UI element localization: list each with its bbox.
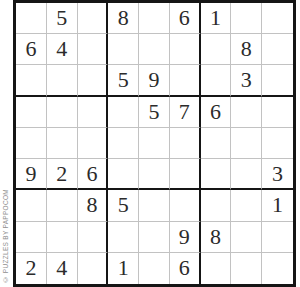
cell-r8c2[interactable] xyxy=(47,222,78,253)
given-digit: 6 xyxy=(25,38,36,60)
given-digit: 5 xyxy=(56,7,67,29)
cell-r2c9[interactable] xyxy=(262,34,293,65)
given-digit: 2 xyxy=(25,257,36,279)
given-digit: 9 xyxy=(25,163,36,185)
given-digit: 8 xyxy=(210,226,221,248)
cell-r6c2[interactable]: 2 xyxy=(47,159,78,190)
cell-r1c9[interactable] xyxy=(262,3,293,34)
given-digit: 1 xyxy=(210,7,221,29)
cell-r8c7[interactable]: 8 xyxy=(201,222,232,253)
cell-r7c6[interactable] xyxy=(170,190,201,221)
cell-r2c2[interactable]: 4 xyxy=(47,34,78,65)
cell-r1c4[interactable]: 8 xyxy=(108,3,139,34)
cell-r5c8[interactable] xyxy=(231,128,262,159)
cell-r5c5[interactable] xyxy=(139,128,170,159)
cell-r8c8[interactable] xyxy=(231,222,262,253)
cell-r8c6[interactable]: 9 xyxy=(170,222,201,253)
cell-r8c5[interactable] xyxy=(139,222,170,253)
cell-r9c6[interactable]: 6 xyxy=(170,253,201,284)
cell-r4c9[interactable] xyxy=(262,97,293,128)
cell-r5c7[interactable] xyxy=(201,128,232,159)
cell-r7c1[interactable] xyxy=(16,190,47,221)
given-digit: 1 xyxy=(272,194,283,216)
cell-r4c5[interactable]: 5 xyxy=(139,97,170,128)
cell-r3c9[interactable] xyxy=(262,65,293,96)
cell-r1c7[interactable]: 1 xyxy=(201,3,232,34)
cell-r4c8[interactable] xyxy=(231,97,262,128)
given-digit: 3 xyxy=(272,163,283,185)
cell-r4c7[interactable]: 6 xyxy=(201,97,232,128)
cell-r8c9[interactable] xyxy=(262,222,293,253)
cell-r8c4[interactable] xyxy=(108,222,139,253)
cell-r3c5[interactable]: 9 xyxy=(139,65,170,96)
cell-r3c2[interactable] xyxy=(47,65,78,96)
cell-r4c4[interactable] xyxy=(108,97,139,128)
cell-r1c1[interactable] xyxy=(16,3,47,34)
cell-r7c7[interactable] xyxy=(201,190,232,221)
cell-r7c3[interactable]: 8 xyxy=(78,190,109,221)
copyright-text: © PUZZLES BY PAPPOCOM xyxy=(2,189,9,283)
cell-r6c1[interactable]: 9 xyxy=(16,159,47,190)
cell-r7c8[interactable] xyxy=(231,190,262,221)
cell-r3c8[interactable]: 3 xyxy=(231,65,262,96)
given-digit: 6 xyxy=(86,163,97,185)
given-digit: 5 xyxy=(148,101,159,123)
cell-r4c3[interactable] xyxy=(78,97,109,128)
cell-r6c8[interactable] xyxy=(231,159,262,190)
cell-r1c5[interactable] xyxy=(139,3,170,34)
cell-r9c9[interactable] xyxy=(262,253,293,284)
cell-r8c1[interactable] xyxy=(16,222,47,253)
cell-r6c7[interactable] xyxy=(201,159,232,190)
cell-r5c3[interactable] xyxy=(78,128,109,159)
cell-r5c2[interactable] xyxy=(47,128,78,159)
cell-r4c1[interactable] xyxy=(16,97,47,128)
given-digit: 3 xyxy=(241,69,252,91)
cell-r9c5[interactable] xyxy=(139,253,170,284)
cell-r8c3[interactable] xyxy=(78,222,109,253)
cell-r9c8[interactable] xyxy=(231,253,262,284)
cell-r6c6[interactable] xyxy=(170,159,201,190)
given-digit: 8 xyxy=(241,38,252,60)
given-digit: 8 xyxy=(86,194,97,216)
cell-r2c1[interactable]: 6 xyxy=(16,34,47,65)
cell-r5c4[interactable] xyxy=(108,128,139,159)
cell-r2c6[interactable] xyxy=(170,34,201,65)
given-digit: 6 xyxy=(179,257,190,279)
cell-r9c3[interactable] xyxy=(78,253,109,284)
cell-r7c5[interactable] xyxy=(139,190,170,221)
cell-r4c2[interactable] xyxy=(47,97,78,128)
given-digit: 1 xyxy=(118,257,129,279)
cell-r3c3[interactable] xyxy=(78,65,109,96)
given-digit: 6 xyxy=(179,7,190,29)
cell-r3c4[interactable]: 5 xyxy=(108,65,139,96)
cell-r5c6[interactable] xyxy=(170,128,201,159)
cell-r1c2[interactable]: 5 xyxy=(47,3,78,34)
cell-r9c2[interactable]: 4 xyxy=(47,253,78,284)
cell-r5c9[interactable] xyxy=(262,128,293,159)
given-digit: 5 xyxy=(118,194,129,216)
sudoku-board: 58616485935769263851982416 xyxy=(13,0,296,287)
given-digit: 4 xyxy=(56,38,67,60)
cell-r3c6[interactable] xyxy=(170,65,201,96)
cell-r7c2[interactable] xyxy=(47,190,78,221)
cell-r5c1[interactable] xyxy=(16,128,47,159)
cell-r2c7[interactable] xyxy=(201,34,232,65)
cell-r6c3[interactable]: 6 xyxy=(78,159,109,190)
cell-r4c6[interactable]: 7 xyxy=(170,97,201,128)
cell-r1c6[interactable]: 6 xyxy=(170,3,201,34)
cell-r1c3[interactable] xyxy=(78,3,109,34)
cell-r3c7[interactable] xyxy=(201,65,232,96)
given-digit: 9 xyxy=(179,226,190,248)
given-digit: 2 xyxy=(56,163,67,185)
cell-r6c4[interactable] xyxy=(108,159,139,190)
cell-r2c8[interactable]: 8 xyxy=(231,34,262,65)
given-digit: 4 xyxy=(56,257,67,279)
cell-r9c1[interactable]: 2 xyxy=(16,253,47,284)
given-digit: 5 xyxy=(118,69,129,91)
given-digit: 7 xyxy=(179,101,190,123)
given-digit: 8 xyxy=(118,7,129,29)
cell-r7c9[interactable]: 1 xyxy=(262,190,293,221)
given-digit: 6 xyxy=(210,101,221,123)
cell-r6c9[interactable]: 3 xyxy=(262,159,293,190)
cell-r6c5[interactable] xyxy=(139,159,170,190)
cell-r3c1[interactable] xyxy=(16,65,47,96)
cell-r1c8[interactable] xyxy=(231,3,262,34)
cell-r2c5[interactable] xyxy=(139,34,170,65)
cell-r9c7[interactable] xyxy=(201,253,232,284)
cell-r2c3[interactable] xyxy=(78,34,109,65)
cell-r9c4[interactable]: 1 xyxy=(108,253,139,284)
given-digit: 9 xyxy=(148,69,159,91)
cell-r2c4[interactable] xyxy=(108,34,139,65)
cell-r7c4[interactable]: 5 xyxy=(108,190,139,221)
